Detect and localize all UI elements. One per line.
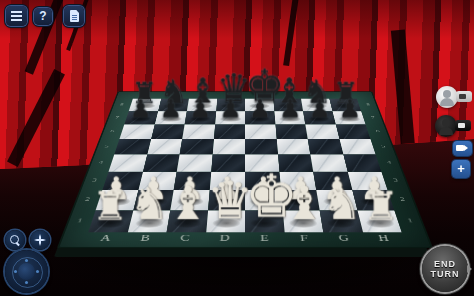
square-d4[interactable] — [211, 155, 245, 172]
square-f6[interactable] — [275, 125, 308, 139]
square-a5[interactable] — [114, 139, 151, 155]
piece-white-rook-h1[interactable]: ♜ — [361, 186, 400, 225]
piece-white-knight-b1[interactable]: ♞ — [129, 182, 168, 226]
square-g4[interactable] — [310, 155, 347, 172]
end-turn-label-line2: TURN — [431, 269, 460, 279]
video-camera-icon — [456, 145, 464, 151]
file-label-B: B — [124, 234, 167, 247]
square-d5[interactable] — [212, 139, 245, 155]
piece-black-pawn-h7[interactable]: ♟ — [335, 95, 365, 120]
file-label-G: G — [324, 234, 367, 247]
square-b5[interactable] — [147, 139, 182, 155]
chess-app-screen: ABCDEFGH8877665544332211♜♞♝♛♚♝♞♜♟♟♟♟♟♟♟♟… — [0, 0, 474, 296]
square-e6[interactable] — [245, 125, 276, 139]
square-b6[interactable] — [151, 125, 185, 139]
curtain-fold-shadow — [283, 0, 299, 66]
piece-white-bishop-c1[interactable]: ♝ — [168, 180, 207, 226]
magnifier-icon — [10, 235, 19, 244]
white-player-avatar[interactable] — [436, 86, 458, 108]
curtain-fold-shadow — [391, 30, 415, 149]
square-b4[interactable] — [143, 155, 180, 172]
square-c4[interactable] — [177, 155, 213, 172]
square-f5[interactable] — [276, 139, 310, 155]
help-button[interactable]: ? — [34, 8, 52, 25]
piece-black-pawn-c7[interactable]: ♟ — [185, 95, 215, 120]
file-label-H: H — [363, 234, 407, 247]
rank-label-5: 5 — [99, 144, 115, 149]
plus-icon: + — [452, 161, 470, 176]
end-turn-label-line1: END — [434, 259, 456, 269]
document-icon — [70, 10, 79, 22]
question-mark-icon: ? — [34, 9, 52, 23]
piece-black-pawn-d7[interactable]: ♟ — [215, 95, 245, 120]
curtain-fold-shadow — [7, 69, 65, 167]
rank-label-1: 1 — [400, 217, 420, 225]
rank-label-6: 6 — [104, 129, 119, 134]
square-e5[interactable] — [245, 139, 278, 155]
piece-white-bishop-f1[interactable]: ♝ — [284, 180, 323, 226]
zoom-button[interactable] — [5, 230, 25, 250]
black-player-camera-badge[interactable] — [455, 120, 471, 131]
end-turn-button[interactable]: END TURN — [422, 246, 468, 292]
piece-white-knight-g1[interactable]: ♞ — [322, 182, 361, 226]
camera-icon — [458, 123, 465, 128]
notes-button[interactable] — [64, 6, 84, 26]
add-button[interactable]: + — [452, 160, 470, 178]
piece-white-king-e1[interactable]: ♚ — [245, 166, 284, 225]
square-h6[interactable] — [336, 125, 371, 139]
move-camera-button[interactable] — [30, 230, 50, 250]
person-icon — [443, 90, 451, 98]
square-c6[interactable] — [182, 125, 215, 139]
piece-black-pawn-g7[interactable]: ♟ — [305, 95, 335, 120]
chess-board[interactable]: ABCDEFGH8877665544332211♜♞♝♛♚♝♞♜♟♟♟♟♟♟♟♟… — [57, 91, 433, 248]
piece-white-rook-a1[interactable]: ♜ — [91, 186, 130, 225]
rank-label-7: 7 — [366, 115, 381, 120]
file-label-F: F — [284, 234, 325, 247]
square-g6[interactable] — [305, 125, 339, 139]
black-player-avatar[interactable] — [435, 115, 457, 137]
square-d6[interactable] — [214, 125, 245, 139]
file-label-C: C — [164, 234, 205, 247]
video-camera-button[interactable] — [453, 141, 472, 156]
square-h4[interactable] — [343, 155, 381, 172]
piece-black-pawn-f7[interactable]: ♟ — [275, 95, 305, 120]
piece-black-pawn-b7[interactable]: ♟ — [155, 95, 185, 120]
square-c5[interactable] — [180, 139, 214, 155]
file-label-E: E — [245, 234, 285, 247]
menu-button[interactable] — [6, 6, 27, 26]
square-h5[interactable] — [339, 139, 376, 155]
rank-label-1: 1 — [70, 217, 90, 225]
file-label-A: A — [83, 234, 127, 247]
rank-label-5: 5 — [375, 144, 391, 149]
square-a4[interactable] — [109, 155, 147, 172]
rank-label-6: 6 — [370, 129, 385, 134]
square-g5[interactable] — [308, 139, 343, 155]
end-turn-arrow-icon — [467, 265, 472, 273]
piece-white-queen-d1[interactable]: ♛ — [206, 174, 245, 225]
file-label-D: D — [205, 234, 245, 247]
square-a6[interactable] — [119, 125, 154, 139]
hamburger-icon — [11, 11, 22, 21]
rank-label-4: 4 — [381, 160, 398, 166]
piece-black-pawn-a7[interactable]: ♟ — [126, 95, 156, 120]
camera-joystick[interactable] — [5, 250, 48, 293]
white-player-camera-badge[interactable] — [456, 91, 472, 102]
person-icon — [442, 119, 450, 127]
camera-icon — [459, 94, 466, 99]
rank-label-4: 4 — [92, 160, 109, 166]
piece-black-pawn-e7[interactable]: ♟ — [245, 95, 275, 120]
joystick-knob — [18, 263, 35, 280]
rank-label-7: 7 — [110, 115, 125, 120]
